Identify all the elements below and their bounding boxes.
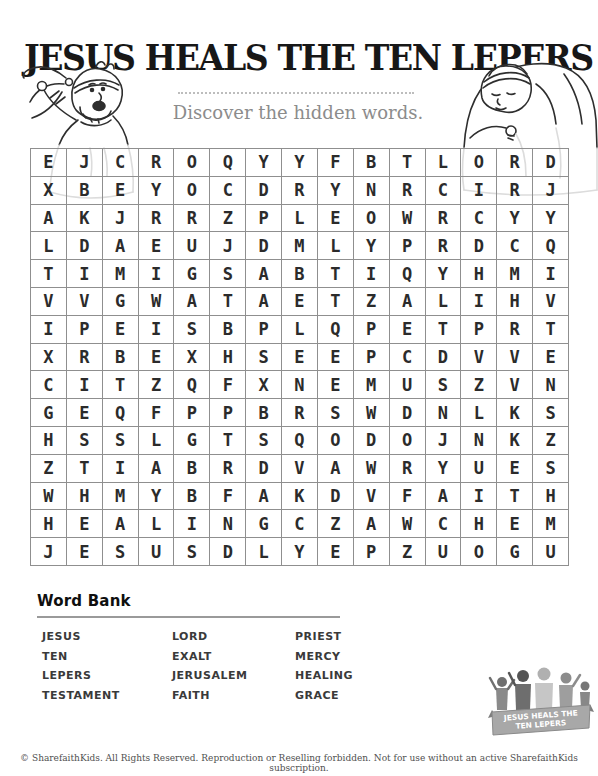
grid-cell-r12c11[interactable]: R [390,455,426,483]
grid-cell-r5c9[interactable]: T [318,260,354,288]
word-bank-item: JERUSALEM [172,666,295,686]
grid-cell-r4c13[interactable]: D [461,232,497,260]
grid-cell-r6c1[interactable]: V [31,288,67,316]
grid-cell-r2c9[interactable]: Y [318,177,354,205]
grid-cell-r2c14[interactable]: R [497,177,533,205]
grid-cell-r8c13[interactable]: V [461,344,497,372]
grid-cell-r2c5[interactable]: O [174,177,210,205]
grid-cell-r9c14[interactable]: V [497,371,533,399]
grid-cell-r1c13[interactable]: O [461,149,497,177]
grid-cell-r9c2[interactable]: I [67,371,103,399]
worksheet-page: JESUS HEALS THE TEN LEPERS [0,0,598,776]
word-bank-item: PRIEST [295,627,353,647]
grid-cell-r6c8[interactable]: E [282,288,318,316]
word-bank-item: TEN [42,647,172,667]
grid-cell-r12c13[interactable]: U [461,455,497,483]
word-bank-item: TESTAMENT [42,686,172,706]
grid-cell-r2c13[interactable]: I [461,177,497,205]
grid-cell-r7c2[interactable]: P [67,316,103,344]
grid-cell-r6c15[interactable]: V [533,288,569,316]
grid-cell-r6c11[interactable]: A [390,288,426,316]
grid-cell-r13c7[interactable]: A [246,483,282,511]
grid-cell-r8c9[interactable]: E [318,344,354,372]
grid-cell-r15c6[interactable]: D [210,538,246,566]
grid-cell-r15c9[interactable]: E [318,538,354,566]
grid-cell-r11c12[interactable]: J [426,427,462,455]
grid-cell-r8c2[interactable]: R [67,344,103,372]
grid-cell-r13c2[interactable]: H [67,483,103,511]
grid-cell-r2c2[interactable]: B [67,177,103,205]
word-bank-list: JESUSTENLEPERSTESTAMENT LORDEXALTJERUSAL… [42,627,353,705]
grid-cell-r7c14[interactable]: R [497,316,533,344]
grid-cell-r13c14[interactable]: T [497,483,533,511]
grid-cell-r10c2[interactable]: E [67,399,103,427]
grid-cell-r5c13[interactable]: H [461,260,497,288]
grid-cell-r3c13[interactable]: C [461,205,497,233]
grid-cell-r6c12[interactable]: L [426,288,462,316]
grid-cell-r6c2[interactable]: V [67,288,103,316]
grid-cell-r8c7[interactable]: S [246,344,282,372]
copyright-notice: © SharefaithKids. All Rights Reserved. R… [0,753,598,773]
grid-cell-r5c11[interactable]: Q [390,260,426,288]
grid-cell-r10c11[interactable]: D [390,399,426,427]
grid-cell-r4c7[interactable]: D [246,232,282,260]
grid-cell-r4c5[interactable]: U [174,232,210,260]
grid-cell-r15c13[interactable]: O [461,538,497,566]
grid-cell-r9c4[interactable]: Z [139,371,175,399]
grid-cell-r9c6[interactable]: F [210,371,246,399]
grid-cell-r3c7[interactable]: P [246,205,282,233]
grid-cell-r7c12[interactable]: T [426,316,462,344]
word-search-grid: EJCROQYYFBTLORDXBEYOCDRYNRCIRJAKJRRZPLEO… [30,148,569,566]
grid-cell-r1c12[interactable]: L [426,149,462,177]
grid-cell-r15c14[interactable]: G [497,538,533,566]
grid-cell-r8c12[interactable]: D [426,344,462,372]
grid-cell-r4c4[interactable]: E [139,232,175,260]
grid-cell-r15c5[interactable]: S [174,538,210,566]
grid-cell-r12c9[interactable]: A [318,455,354,483]
grid-cell-r11c14[interactable]: K [497,427,533,455]
grid-cell-r11c13[interactable]: N [461,427,497,455]
grid-cell-r9c11[interactable]: U [390,371,426,399]
grid-cell-r12c4[interactable]: A [139,455,175,483]
grid-cell-r4c11[interactable]: P [390,232,426,260]
grid-cell-r3c4[interactable]: R [139,205,175,233]
grid-cell-r3c14[interactable]: Y [497,205,533,233]
grid-cell-r7c1[interactable]: I [31,316,67,344]
grid-cell-r10c10[interactable]: W [354,399,390,427]
word-bank-column: JESUSTENLEPERSTESTAMENT [42,627,172,705]
grid-cell-r14c13[interactable]: H [461,510,497,538]
grid-cell-r5c4[interactable]: I [139,260,175,288]
grid-cell-r7c13[interactable]: P [461,316,497,344]
grid-cell-r6c9[interactable]: T [318,288,354,316]
grid-cell-r1c15[interactable]: D [533,149,569,177]
grid-cell-r1c10[interactable]: B [354,149,390,177]
grid-cell-r7c9[interactable]: Q [318,316,354,344]
grid-cell-r5c2[interactable]: I [67,260,103,288]
grid-cell-r3c1[interactable]: A [31,205,67,233]
grid-cell-r12c12[interactable]: Y [426,455,462,483]
word-bank-item: FAITH [172,686,295,706]
grid-cell-r12c1[interactable]: Z [31,455,67,483]
word-bank-column: PRIESTMERCYHEALINGGRACE [295,627,353,705]
grid-cell-r12c14[interactable]: E [497,455,533,483]
grid-cell-r3c9[interactable]: E [318,205,354,233]
grid-cell-r8c6[interactable]: H [210,344,246,372]
grid-cell-r14c3[interactable]: A [103,510,139,538]
grid-cell-r4c15[interactable]: Q [533,232,569,260]
grid-cell-r2c10[interactable]: N [354,177,390,205]
grid-cell-r12c6[interactable]: R [210,455,246,483]
grid-cell-r6c10[interactable]: Z [354,288,390,316]
word-bank-item: MERCY [295,647,353,667]
grid-cell-r9c12[interactable]: S [426,371,462,399]
grid-cell-r11c2[interactable]: S [67,427,103,455]
grid-cell-r9c1[interactable]: C [31,371,67,399]
grid-cell-r13c6[interactable]: F [210,483,246,511]
grid-cell-r15c10[interactable]: P [354,538,390,566]
grid-cell-r11c15[interactable]: Z [533,427,569,455]
grid-cell-r14c10[interactable]: A [354,510,390,538]
grid-cell-r8c5[interactable]: X [174,344,210,372]
grid-cell-r9c8[interactable]: N [282,371,318,399]
grid-cell-r2c8[interactable]: R [282,177,318,205]
word-bank-rule [37,616,340,618]
grid-cell-r7c3[interactable]: E [103,316,139,344]
grid-cell-r5c1[interactable]: T [31,260,67,288]
grid-cell-r1c11[interactable]: T [390,149,426,177]
grid-cell-r11c5[interactable]: G [174,427,210,455]
grid-cell-r3c12[interactable]: R [426,205,462,233]
grid-cell-r15c2[interactable]: E [67,538,103,566]
grid-cell-r4c8[interactable]: M [282,232,318,260]
grid-cell-r2c7[interactable]: D [246,177,282,205]
grid-cell-r14c8[interactable]: C [282,510,318,538]
grid-cell-r14c4[interactable]: L [139,510,175,538]
grid-cell-r13c5[interactable]: B [174,483,210,511]
grid-cell-r3c2[interactable]: K [67,205,103,233]
grid-cell-r6c5[interactable]: A [174,288,210,316]
grid-cell-r1c3[interactable]: C [103,149,139,177]
grid-cell-r8c8[interactable]: E [282,344,318,372]
grid-cell-r7c7[interactable]: P [246,316,282,344]
grid-cell-r4c1[interactable]: L [31,232,67,260]
grid-cell-r10c15[interactable]: S [533,399,569,427]
grid-cell-r10c3[interactable]: Q [103,399,139,427]
grid-cell-r1c6[interactable]: Q [210,149,246,177]
grid-cell-r13c3[interactable]: M [103,483,139,511]
grid-cell-r4c6[interactable]: J [210,232,246,260]
grid-cell-r15c11[interactable]: Z [390,538,426,566]
grid-cell-r7c4[interactable]: I [139,316,175,344]
word-bank-item: JESUS [42,627,172,647]
grid-cell-r7c8[interactable]: L [282,316,318,344]
subtitle: Discover the hidden words. [140,102,456,123]
grid-cell-r15c8[interactable]: Y [282,538,318,566]
grid-cell-r8c10[interactable]: P [354,344,390,372]
grid-cell-r8c4[interactable]: E [139,344,175,372]
grid-cell-r3c11[interactable]: W [390,205,426,233]
grid-cell-r1c7[interactable]: Y [246,149,282,177]
grid-cell-r15c15[interactable]: U [533,538,569,566]
grid-cell-r2c3[interactable]: E [103,177,139,205]
grid-cell-r2c6[interactable]: C [210,177,246,205]
grid-cell-r5c12[interactable]: Y [426,260,462,288]
grid-cell-r7c15[interactable]: T [533,316,569,344]
grid-cell-r11c9[interactable]: O [318,427,354,455]
grid-cell-r11c10[interactable]: D [354,427,390,455]
grid-cell-r4c9[interactable]: L [318,232,354,260]
grid-cell-r11c7[interactable]: S [246,427,282,455]
grid-cell-r10c9[interactable]: S [318,399,354,427]
word-bank-item: LEPERS [42,666,172,686]
grid-cell-r14c15[interactable]: M [533,510,569,538]
grid-cell-r1c4[interactable]: R [139,149,175,177]
grid-cell-r12c3[interactable]: I [103,455,139,483]
grid-cell-r10c13[interactable]: L [461,399,497,427]
grid-cell-r14c9[interactable]: Z [318,510,354,538]
grid-cell-r2c11[interactable]: R [390,177,426,205]
grid-cell-r4c12[interactable]: R [426,232,462,260]
grid-cell-r6c7[interactable]: A [246,288,282,316]
grid-cell-r13c8[interactable]: K [282,483,318,511]
grid-cell-r10c7[interactable]: B [246,399,282,427]
grid-cell-r13c12[interactable]: A [426,483,462,511]
grid-cell-r10c6[interactable]: P [210,399,246,427]
grid-cell-r14c1[interactable]: H [31,510,67,538]
grid-cell-r14c14[interactable]: E [497,510,533,538]
word-bank-heading: Word Bank [37,592,131,610]
grid-cell-r5c10[interactable]: I [354,260,390,288]
grid-cell-r12c5[interactable]: B [174,455,210,483]
grid-cell-r13c4[interactable]: Y [139,483,175,511]
grid-cell-r3c15[interactable]: Y [533,205,569,233]
grid-cell-r10c5[interactable]: P [174,399,210,427]
grid-cell-r9c3[interactable]: T [103,371,139,399]
grid-cell-r6c6[interactable]: T [210,288,246,316]
grid-cell-r4c3[interactable]: A [103,232,139,260]
grid-cell-r1c5[interactable]: O [174,149,210,177]
grid-cell-r12c7[interactable]: D [246,455,282,483]
grid-cell-r10c12[interactable]: N [426,399,462,427]
grid-cell-r5c5[interactable]: G [174,260,210,288]
grid-cell-r3c3[interactable]: J [103,205,139,233]
grid-cell-r9c10[interactable]: M [354,371,390,399]
dotted-divider [178,92,414,94]
grid-cell-r3c5[interactable]: R [174,205,210,233]
grid-cell-r2c4[interactable]: Y [139,177,175,205]
grid-cell-r12c2[interactable]: T [67,455,103,483]
grid-cell-r6c14[interactable]: H [497,288,533,316]
grid-cell-r1c1[interactable]: E [31,149,67,177]
grid-cell-r5c6[interactable]: S [210,260,246,288]
grid-cell-r10c1[interactable]: G [31,399,67,427]
grid-cell-r14c5[interactable]: I [174,510,210,538]
grid-cell-r14c11[interactable]: W [390,510,426,538]
grid-cell-r14c7[interactable]: G [246,510,282,538]
grid-cell-r13c9[interactable]: D [318,483,354,511]
grid-cell-r10c4[interactable]: F [139,399,175,427]
grid-cell-r15c7[interactable]: L [246,538,282,566]
grid-cell-r4c14[interactable]: C [497,232,533,260]
grid-cell-r8c14[interactable]: V [497,344,533,372]
grid-cell-r8c3[interactable]: B [103,344,139,372]
grid-cell-r14c2[interactable]: E [67,510,103,538]
grid-cell-r1c2[interactable]: J [67,149,103,177]
grid-cell-r9c7[interactable]: X [246,371,282,399]
grid-cell-r13c10[interactable]: V [354,483,390,511]
grid-cell-r8c11[interactable]: C [390,344,426,372]
grid-cell-r8c1[interactable]: X [31,344,67,372]
word-bank-column: LORDEXALTJERUSALEMFAITH [172,627,295,705]
grid-cell-r5c15[interactable]: I [533,260,569,288]
grid-cell-r13c13[interactable]: I [461,483,497,511]
grid-cell-r14c6[interactable]: N [210,510,246,538]
grid-cell-r2c15[interactable]: J [533,177,569,205]
grid-cell-r9c5[interactable]: Q [174,371,210,399]
word-bank-item: HEALING [295,666,353,686]
grid-cell-r4c10[interactable]: Y [354,232,390,260]
grid-cell-r12c15[interactable]: S [533,455,569,483]
grid-cell-r13c1[interactable]: W [31,483,67,511]
grid-cell-r5c8[interactable]: B [282,260,318,288]
grid-cell-r11c3[interactable]: S [103,427,139,455]
grid-cell-r9c9[interactable]: E [318,371,354,399]
grid-cell-r2c1[interactable]: X [31,177,67,205]
grid-cell-r14c12[interactable]: C [426,510,462,538]
grid-cell-r9c13[interactable]: Z [461,371,497,399]
grid-cell-r11c1[interactable]: H [31,427,67,455]
lesson-badge: JESUS HEALS THE TEN LEPERS [486,656,596,752]
grid-cell-r5c14[interactable]: M [497,260,533,288]
grid-cell-r15c1[interactable]: J [31,538,67,566]
grid-cell-r15c4[interactable]: U [139,538,175,566]
grid-cell-r1c14[interactable]: R [497,149,533,177]
grid-cell-r1c9[interactable]: F [318,149,354,177]
word-bank-item: GRACE [295,686,353,706]
grid-cell-r7c6[interactable]: B [210,316,246,344]
grid-cell-r9c15[interactable]: N [533,371,569,399]
grid-cell-r3c6[interactable]: Z [210,205,246,233]
grid-cell-r11c6[interactable]: T [210,427,246,455]
grid-cell-r12c10[interactable]: W [354,455,390,483]
grid-cell-r11c8[interactable]: Q [282,427,318,455]
grid-cell-r6c13[interactable]: I [461,288,497,316]
grid-cell-r1c8[interactable]: Y [282,149,318,177]
grid-cell-r3c8[interactable]: L [282,205,318,233]
grid-cell-r13c11[interactable]: F [390,483,426,511]
grid-cell-r10c14[interactable]: K [497,399,533,427]
grid-cell-r6c4[interactable]: W [139,288,175,316]
grid-cell-r11c4[interactable]: L [139,427,175,455]
grid-cell-r5c3[interactable]: M [103,260,139,288]
grid-cell-r12c8[interactable]: V [282,455,318,483]
grid-cell-r5c7[interactable]: A [246,260,282,288]
word-bank-item: LORD [172,627,295,647]
grid-cell-r15c12[interactable]: U [426,538,462,566]
grid-cell-r2c12[interactable]: C [426,177,462,205]
grid-cell-r10c8[interactable]: R [282,399,318,427]
grid-cell-r4c2[interactable]: D [67,232,103,260]
grid-cell-r11c11[interactable]: O [390,427,426,455]
grid-cell-r7c5[interactable]: S [174,316,210,344]
grid-cell-r3c10[interactable]: O [354,205,390,233]
grid-cell-r8c15[interactable]: E [533,344,569,372]
grid-cell-r6c3[interactable]: G [103,288,139,316]
grid-cell-r13c15[interactable]: H [533,483,569,511]
word-bank-item: EXALT [172,647,295,667]
grid-cell-r15c3[interactable]: S [103,538,139,566]
grid-cell-r7c10[interactable]: P [354,316,390,344]
grid-cell-r7c11[interactable]: E [390,316,426,344]
